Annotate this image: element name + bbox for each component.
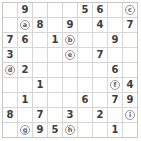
given-digit: 7 [7, 35, 14, 45]
given-digit: 1 [37, 80, 44, 90]
circled-letter-marker-c: c [125, 5, 135, 15]
cell-r1c6[interactable]: 5 [78, 3, 92, 17]
cell-r7c7[interactable] [93, 93, 107, 107]
cell-r5c7[interactable] [93, 63, 107, 77]
cell-r1c1[interactable] [3, 3, 17, 17]
cell-r1c5[interactable] [63, 3, 77, 17]
cell-r3c3[interactable] [33, 33, 47, 47]
cell-r3c7[interactable] [93, 33, 107, 47]
cell-r7c4[interactable] [48, 93, 62, 107]
cell-r5c9[interactable] [123, 63, 137, 77]
given-digit: 3 [7, 50, 14, 60]
cell-r2c7[interactable]: 4 [93, 18, 107, 32]
given-digit: 4 [127, 80, 134, 90]
cell-r2c4[interactable] [48, 18, 62, 32]
cell-r9c5[interactable]: h [63, 123, 77, 137]
cell-r7c8[interactable]: 7 [108, 93, 122, 107]
given-digit: 6 [82, 95, 89, 105]
cell-r5c5[interactable] [63, 63, 77, 77]
cell-r3c8[interactable]: 9 [108, 33, 122, 47]
given-digit: 9 [37, 125, 44, 135]
circled-letter-marker-e: e [65, 50, 75, 60]
given-digit: 7 [37, 110, 44, 120]
cell-r8c3[interactable]: 7 [33, 108, 47, 122]
cell-r9c3[interactable]: 9 [33, 123, 47, 137]
cell-r9c2[interactable]: g [18, 123, 32, 137]
cell-r8c1[interactable]: 8 [3, 108, 17, 122]
cell-r4c9[interactable] [123, 48, 137, 62]
given-digit: 9 [67, 20, 74, 30]
given-digit: 6 [112, 65, 119, 75]
circled-letter-marker-g: g [20, 125, 30, 135]
cell-r6c1[interactable] [3, 78, 17, 92]
cell-r8c4[interactable] [48, 108, 62, 122]
circled-letter-marker-d: d [5, 65, 15, 75]
cell-r3c9[interactable] [123, 33, 137, 47]
cell-r9c7[interactable] [93, 123, 107, 137]
given-digit: 3 [67, 110, 74, 120]
cell-r8c5[interactable]: 3 [63, 108, 77, 122]
cell-r6c9[interactable]: 4 [123, 78, 137, 92]
given-digit: 8 [37, 20, 44, 30]
cell-r1c9[interactable]: c [123, 3, 137, 17]
cell-r7c9[interactable]: 9 [123, 93, 137, 107]
cell-r8c2[interactable] [18, 108, 32, 122]
cell-r2c5[interactable]: 9 [63, 18, 77, 32]
cell-r4c7[interactable]: 7 [93, 48, 107, 62]
cell-r3c2[interactable]: 6 [18, 33, 32, 47]
given-digit: 2 [97, 110, 104, 120]
given-digit: 1 [22, 95, 29, 105]
cell-r9c6[interactable] [78, 123, 92, 137]
cell-r9c8[interactable]: 1 [108, 123, 122, 137]
given-digit: 7 [112, 95, 119, 105]
given-digit: 5 [82, 5, 89, 15]
cell-r6c8[interactable]: f [108, 78, 122, 92]
cell-r6c6[interactable] [78, 78, 92, 92]
given-digit: 5 [52, 125, 59, 135]
cell-r9c1[interactable] [3, 123, 17, 137]
cell-r5c2[interactable]: 2 [18, 63, 32, 77]
cell-r5c6[interactable] [78, 63, 92, 77]
cell-r1c7[interactable]: 6 [93, 3, 107, 17]
cell-r5c8[interactable]: 6 [108, 63, 122, 77]
cell-r3c6[interactable] [78, 33, 92, 47]
cell-r6c5[interactable] [63, 78, 77, 92]
given-digit: 6 [97, 5, 104, 15]
cell-r5c4[interactable] [48, 63, 62, 77]
cell-r7c2[interactable]: 1 [18, 93, 32, 107]
circled-letter-marker-i: i [125, 110, 135, 120]
cell-r7c5[interactable] [63, 93, 77, 107]
circled-letter-marker-f: f [110, 80, 120, 90]
cell-r6c2[interactable] [18, 78, 32, 92]
cell-r2c1[interactable] [3, 18, 17, 32]
given-digit: 8 [7, 110, 14, 120]
cell-r4c1[interactable]: 3 [3, 48, 17, 62]
circled-letter-marker-a: a [20, 20, 30, 30]
cell-r8c7[interactable]: 2 [93, 108, 107, 122]
sudoku-page: 956ca8947761b93e7d261f416798732ig95h1 [0, 0, 141, 141]
cell-r3c4[interactable]: 1 [48, 33, 62, 47]
given-digit: 7 [127, 20, 134, 30]
given-digit: 1 [112, 125, 119, 135]
cell-r1c8[interactable] [108, 3, 122, 17]
cell-r8c9[interactable]: i [123, 108, 137, 122]
cell-r2c8[interactable] [108, 18, 122, 32]
cell-r4c2[interactable] [18, 48, 32, 62]
given-digit: 2 [22, 65, 29, 75]
given-digit: 1 [52, 35, 59, 45]
cell-r7c6[interactable]: 6 [78, 93, 92, 107]
cell-r4c3[interactable] [33, 48, 47, 62]
cell-r2c3[interactable]: 8 [33, 18, 47, 32]
cell-r8c8[interactable] [108, 108, 122, 122]
cell-r2c6[interactable] [78, 18, 92, 32]
cell-r3c5[interactable]: b [63, 33, 77, 47]
cell-r4c8[interactable] [108, 48, 122, 62]
cell-r1c3[interactable] [33, 3, 47, 17]
cell-r9c9[interactable] [123, 123, 137, 137]
circled-letter-marker-b: b [65, 35, 75, 45]
given-digit: 4 [97, 20, 104, 30]
cell-r4c6[interactable] [78, 48, 92, 62]
cell-r5c3[interactable] [33, 63, 47, 77]
given-digit: 6 [22, 35, 29, 45]
cell-r7c3[interactable] [33, 93, 47, 107]
given-digit: 7 [97, 50, 104, 60]
cell-r4c5[interactable]: e [63, 48, 77, 62]
cell-r1c2[interactable]: 9 [18, 3, 32, 17]
cell-r6c3[interactable]: 1 [33, 78, 47, 92]
cell-r3c1[interactable]: 7 [3, 33, 17, 47]
cell-r1c4[interactable] [48, 3, 62, 17]
circled-letter-marker-h: h [65, 125, 75, 135]
cell-r7c1[interactable] [3, 93, 17, 107]
given-digit: 9 [112, 35, 119, 45]
cell-r8c6[interactable] [78, 108, 92, 122]
cell-r6c4[interactable] [48, 78, 62, 92]
given-digit: 9 [22, 5, 29, 15]
cell-r5c1[interactable]: d [3, 63, 17, 77]
cell-r6c7[interactable] [93, 78, 107, 92]
sudoku-board: 956ca8947761b93e7d261f416798732ig95h1 [2, 2, 138, 138]
given-digit: 9 [127, 95, 134, 105]
cell-r2c2[interactable]: a [18, 18, 32, 32]
cell-r2c9[interactable]: 7 [123, 18, 137, 32]
cell-r4c4[interactable] [48, 48, 62, 62]
cell-r9c4[interactable]: 5 [48, 123, 62, 137]
